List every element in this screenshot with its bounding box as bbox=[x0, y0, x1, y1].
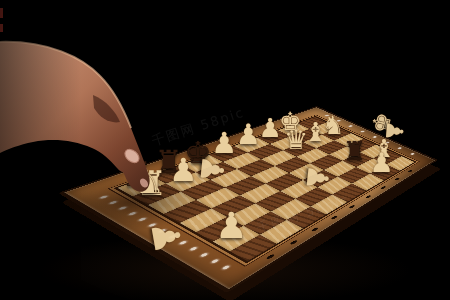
player-hand[interactable] bbox=[0, 30, 173, 215]
piece-white-p[interactable]: ♟ bbox=[145, 218, 187, 257]
frame-inlay-dot bbox=[190, 247, 198, 251]
piece-black-r-g3[interactable]: ♜ bbox=[343, 137, 366, 163]
piece-white-p-a2[interactable]: ♟ bbox=[215, 208, 247, 244]
piece-white-p-d8[interactable]: ♟ bbox=[211, 129, 237, 158]
piece-white-q-f6[interactable]: ♛ bbox=[284, 126, 308, 153]
frame-inlay-dot bbox=[200, 253, 208, 257]
frame-peg-hole bbox=[290, 240, 299, 245]
watermark-edge-mark bbox=[0, 24, 3, 32]
frame-inlay-dot bbox=[222, 265, 230, 270]
piece-white-p-f8[interactable]: ♟ bbox=[259, 115, 282, 141]
photo-stage: ♜♜♚♟♟♟♚♜♟♟♛♝♞♜♟♟♝♟♞♚♟♟ 千图网 58pic 千图网 58p… bbox=[0, 0, 450, 300]
frame-inlay-dot bbox=[211, 259, 219, 263]
watermark-edge-mark bbox=[0, 8, 3, 18]
frame-peg-hole bbox=[365, 195, 372, 199]
frame-inlay-dot bbox=[398, 147, 402, 149]
frame-inlay-dot bbox=[348, 125, 352, 127]
frame-peg-hole bbox=[266, 254, 275, 260]
frame-peg-hole bbox=[349, 205, 356, 209]
frame-peg-hole bbox=[311, 227, 319, 232]
frame-inlay-dot bbox=[410, 153, 414, 155]
piece-white-p-b7[interactable]: ♟ bbox=[169, 155, 198, 187]
piece-white-p-e8[interactable]: ♟ bbox=[236, 121, 261, 149]
frame-peg-hole bbox=[407, 170, 412, 173]
frame-peg-hole bbox=[380, 186, 386, 189]
piece-white-p-c7[interactable]: ♟ bbox=[195, 154, 229, 185]
piece-white-p-e3[interactable]: ♟ bbox=[301, 163, 333, 192]
frame-peg-hole bbox=[394, 178, 400, 181]
frame-inlay-dot bbox=[360, 131, 364, 133]
piece-white-p-g1[interactable]: ♟ bbox=[370, 149, 394, 176]
frame-peg-hole bbox=[331, 216, 338, 220]
